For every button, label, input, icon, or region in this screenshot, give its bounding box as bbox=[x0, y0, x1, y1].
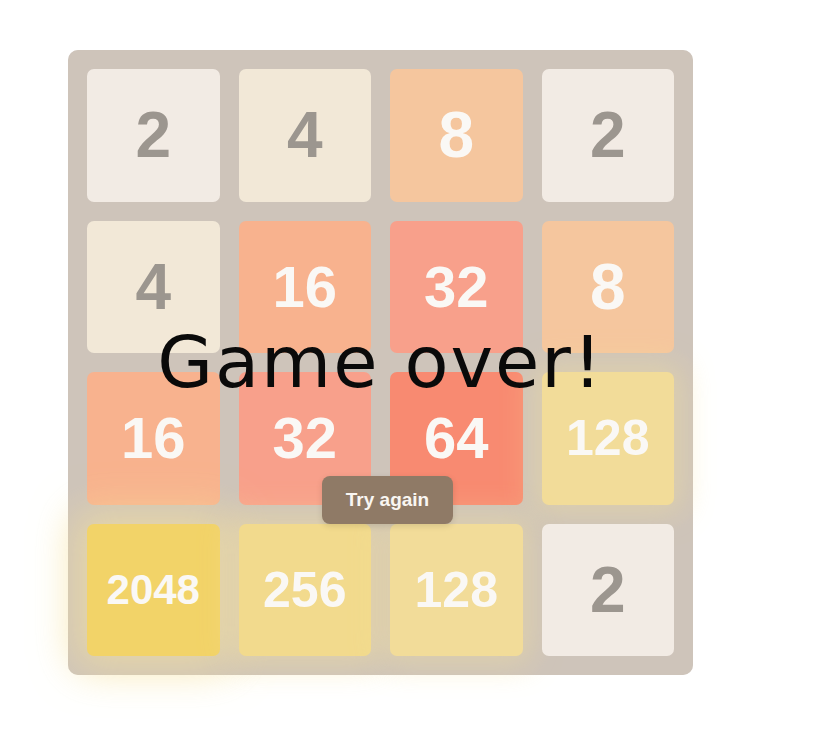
try-again-button[interactable]: Try again bbox=[322, 476, 453, 524]
game-over-message: Game over! bbox=[68, 322, 693, 402]
